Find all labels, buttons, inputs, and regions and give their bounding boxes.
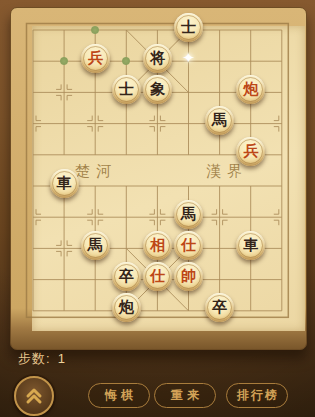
piece-black-馬[interactable]: 馬	[174, 200, 203, 229]
piece-red-相[interactable]: 相	[143, 231, 172, 260]
leaderboard-button[interactable]: 排行榜	[226, 383, 288, 408]
piece-black-士[interactable]: 士	[112, 75, 141, 104]
piece-red-炮[interactable]: 炮	[236, 75, 265, 104]
collapse-panel-button[interactable]	[14, 376, 54, 416]
piece-black-車[interactable]: 車	[236, 231, 265, 260]
restart-button[interactable]: 重来	[154, 383, 216, 408]
piece-black-馬[interactable]: 馬	[205, 106, 234, 135]
piece-label: 馬	[88, 238, 103, 253]
piece-red-仕[interactable]: 仕	[143, 262, 172, 291]
piece-black-馬[interactable]: 馬	[81, 231, 110, 260]
piece-label: 仕	[150, 269, 165, 284]
undo-move-button[interactable]: 悔棋	[88, 383, 150, 408]
piece-red-兵[interactable]: 兵	[81, 44, 110, 73]
xiangqi-app: 楚河 漢界 ✦士兵将士象炮馬兵車馬馬相仕車卒仕帥炮卒 步数:1 悔棋 重来 排行…	[0, 0, 315, 417]
piece-black-車[interactable]: 車	[50, 169, 79, 198]
piece-label: 象	[150, 82, 165, 97]
piece-label: 帥	[181, 269, 196, 284]
step-count-value: 1	[58, 351, 66, 366]
piece-black-象[interactable]: 象	[143, 75, 172, 104]
piece-red-仕[interactable]: 仕	[174, 231, 203, 260]
piece-label: 将	[150, 51, 165, 66]
piece-label: 仕	[181, 238, 196, 253]
piece-label: 馬	[212, 113, 227, 128]
piece-black-炮[interactable]: 炮	[112, 293, 141, 322]
piece-label: 馬	[181, 207, 196, 222]
piece-black-将[interactable]: 将	[143, 44, 172, 73]
piece-label: 炮	[119, 300, 134, 315]
piece-label: 相	[150, 238, 165, 253]
piece-label: 卒	[119, 269, 134, 284]
step-count-label: 步数:	[18, 351, 51, 366]
river-label-left: 楚河	[72, 162, 120, 180]
piece-black-士[interactable]: 士	[174, 13, 203, 42]
step-counter: 步数:1	[18, 350, 66, 368]
piece-label: 士	[119, 82, 134, 97]
piece-red-帥[interactable]: 帥	[174, 262, 203, 291]
piece-label: 卒	[212, 300, 227, 315]
last-move-sparkle-icon: ✦	[181, 50, 197, 66]
piece-label: 兵	[243, 144, 258, 159]
piece-label: 車	[243, 238, 258, 253]
piece-black-卒[interactable]: 卒	[112, 262, 141, 291]
double-chevron-up-icon	[23, 385, 45, 407]
piece-label: 兵	[88, 51, 103, 66]
piece-label: 士	[181, 20, 196, 35]
piece-label: 車	[57, 176, 72, 191]
piece-label: 炮	[243, 82, 258, 97]
